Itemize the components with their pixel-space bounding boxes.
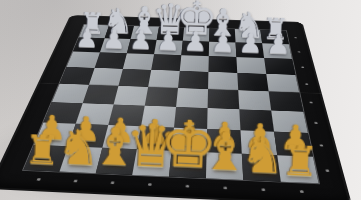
- frame-marking-dot: [309, 102, 313, 104]
- frame-marking-dot: [300, 190, 304, 193]
- square-f4[interactable]: [208, 89, 240, 109]
- piece-silver-pawn[interactable]: ♟: [75, 25, 99, 52]
- square-e4[interactable]: [176, 88, 208, 108]
- square-g1[interactable]: ♞: [242, 154, 281, 182]
- frame-marking-dot: [148, 183, 152, 186]
- square-d7[interactable]: ♟: [154, 40, 183, 55]
- frame-marking-dot: [294, 37, 297, 38]
- square-b6[interactable]: [95, 52, 127, 68]
- square-c4[interactable]: [114, 86, 149, 106]
- frame-marking-dot: [319, 144, 323, 147]
- piece-silver-pawn[interactable]: ♟: [238, 30, 263, 57]
- piece-silver-pawn[interactable]: ♟: [102, 26, 126, 53]
- square-c5[interactable]: [118, 69, 151, 87]
- square-e5[interactable]: [178, 71, 208, 89]
- square-b5[interactable]: [89, 68, 123, 86]
- square-b7[interactable]: ♟: [100, 38, 131, 53]
- square-g4[interactable]: [238, 90, 271, 110]
- square-d5[interactable]: [148, 70, 180, 88]
- table-surface: ♜♞♝♛♚♝♞♜♟♟♟♟♟♟♟♟♟♟♟♟♟♟♟♟♜♞♝♛♚♝♞♜: [0, 0, 361, 200]
- square-g5[interactable]: [237, 73, 268, 91]
- frame-marking-dot: [301, 66, 304, 68]
- square-e7[interactable]: ♟: [181, 41, 209, 56]
- square-e6[interactable]: [180, 55, 209, 72]
- square-g6[interactable]: [236, 57, 266, 74]
- piece-silver-pawn[interactable]: ♟: [211, 29, 236, 56]
- piece-silver-pawn[interactable]: ♟: [266, 31, 291, 58]
- frame-marking-dot: [305, 83, 308, 85]
- square-h6[interactable]: [264, 58, 295, 75]
- frame-marking-dot: [186, 185, 190, 188]
- piece-silver-pawn[interactable]: ♟: [183, 28, 208, 55]
- frame-marking-dot: [314, 122, 318, 124]
- square-h7[interactable]: ♟: [262, 43, 292, 59]
- frame-marking-dot: [36, 178, 41, 181]
- piece-gold-knight[interactable]: ♞: [240, 129, 287, 181]
- frame-marking-dot: [325, 169, 329, 172]
- square-d6[interactable]: [151, 54, 181, 71]
- frame-marking-dot: [73, 180, 78, 183]
- square-h1[interactable]: ♜: [277, 155, 318, 183]
- board-grid: ♜♞♝♛♚♝♞♜♟♟♟♟♟♟♟♟♟♟♟♟♟♟♟♟♜♞♝♛♚♝♞♜: [24, 24, 319, 183]
- square-c6[interactable]: [123, 53, 154, 70]
- square-f7[interactable]: ♟: [209, 42, 237, 57]
- square-a7[interactable]: ♟: [73, 37, 105, 52]
- chess-board: ♜♞♝♛♚♝♞♜♟♟♟♟♟♟♟♟♟♟♟♟♟♟♟♟♜♞♝♛♚♝♞♜: [0, 15, 352, 200]
- frame-marking-dot: [298, 51, 301, 53]
- piece-gold-rook[interactable]: ♜: [281, 140, 320, 183]
- square-h5[interactable]: [266, 74, 299, 93]
- piece-silver-pawn[interactable]: ♟: [129, 27, 153, 54]
- piece-silver-pawn[interactable]: ♟: [156, 27, 181, 54]
- frame-marking-dot: [110, 181, 114, 184]
- square-f5[interactable]: [208, 72, 238, 90]
- frame-marking-dot: [223, 187, 227, 190]
- square-h4[interactable]: [269, 91, 304, 111]
- square-f1[interactable]: ♝: [206, 152, 243, 180]
- square-d4[interactable]: [145, 87, 178, 107]
- square-b4[interactable]: [83, 85, 119, 105]
- square-g7[interactable]: ♟: [236, 42, 265, 57]
- square-f6[interactable]: [208, 56, 237, 73]
- square-c7[interactable]: ♟: [127, 39, 157, 54]
- frame-marking-dot: [261, 188, 265, 191]
